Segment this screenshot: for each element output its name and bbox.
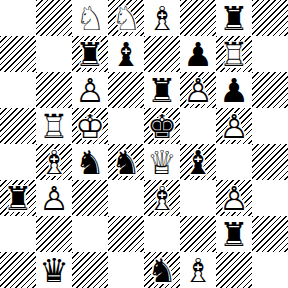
square-e3[interactable]: ♝♗ xyxy=(144,180,180,216)
piece-black-rook[interactable]: ♜ xyxy=(216,0,252,36)
square-d5[interactable] xyxy=(108,108,144,144)
piece-outline-glyph: ♔ xyxy=(72,108,108,144)
square-h2[interactable] xyxy=(252,216,288,252)
piece-black-knight[interactable]: ♞ xyxy=(72,144,108,180)
piece-outline-glyph: ♙ xyxy=(180,72,216,108)
square-a7[interactable] xyxy=(0,36,36,72)
square-f2[interactable] xyxy=(180,216,216,252)
square-d8[interactable]: ♞♘ xyxy=(108,0,144,36)
square-b5[interactable]: ♜♖ xyxy=(36,108,72,144)
square-f5[interactable] xyxy=(180,108,216,144)
piece-white-pawn[interactable]: ♟♙ xyxy=(36,180,72,216)
piece-black-rook[interactable]: ♜ xyxy=(72,36,108,72)
piece-white-bishop[interactable]: ♝♗ xyxy=(144,180,180,216)
square-e8[interactable]: ♝♗ xyxy=(144,0,180,36)
piece-outline-glyph: ♘ xyxy=(108,0,144,36)
square-a4[interactable] xyxy=(0,144,36,180)
square-c8[interactable]: ♞♘ xyxy=(72,0,108,36)
piece-glyph: ♚ xyxy=(144,108,180,144)
piece-glyph: ♞ xyxy=(108,144,144,180)
piece-glyph: ♞ xyxy=(72,144,108,180)
square-e1[interactable]: ♞ xyxy=(144,252,180,288)
square-f8[interactable] xyxy=(180,0,216,36)
piece-outline-glyph: ♙ xyxy=(36,180,72,216)
square-e4[interactable]: ♛♕ xyxy=(144,144,180,180)
piece-black-rook[interactable]: ♜ xyxy=(0,180,36,216)
square-b8[interactable] xyxy=(36,0,72,36)
square-e6[interactable]: ♜ xyxy=(144,72,180,108)
square-b3[interactable]: ♟♙ xyxy=(36,180,72,216)
piece-black-rook[interactable]: ♜ xyxy=(216,216,252,252)
piece-outline-glyph: ♙ xyxy=(216,180,252,216)
piece-glyph: ♝ xyxy=(180,144,216,180)
square-b1[interactable]: ♛ xyxy=(36,252,72,288)
piece-white-pawn[interactable]: ♟♙ xyxy=(216,108,252,144)
square-h3[interactable] xyxy=(252,180,288,216)
piece-white-pawn[interactable]: ♟♙ xyxy=(180,72,216,108)
piece-white-rook[interactable]: ♜♖ xyxy=(216,36,252,72)
piece-outline-glyph: ♗ xyxy=(36,144,72,180)
square-c6[interactable]: ♟♙ xyxy=(72,72,108,108)
square-f7[interactable]: ♟ xyxy=(180,36,216,72)
square-d3[interactable] xyxy=(108,180,144,216)
piece-black-king[interactable]: ♚ xyxy=(144,108,180,144)
square-c5[interactable]: ♚♔ xyxy=(72,108,108,144)
chess-board: ♞♘♞♘♝♗♜♜♝♟♜♖♟♙♜♟♙♟♜♖♚♔♚♟♙♝♗♞♞♛♕♝♜♟♙♝♗♟♙♜… xyxy=(0,0,288,288)
square-g2[interactable]: ♜ xyxy=(216,216,252,252)
square-c7[interactable]: ♜ xyxy=(72,36,108,72)
piece-outline-glyph: ♗ xyxy=(144,0,180,36)
piece-outline-glyph: ♙ xyxy=(72,72,108,108)
piece-white-pawn[interactable]: ♟♙ xyxy=(72,72,108,108)
square-g7[interactable]: ♜♖ xyxy=(216,36,252,72)
square-h6[interactable] xyxy=(252,72,288,108)
square-g5[interactable]: ♟♙ xyxy=(216,108,252,144)
square-h7[interactable] xyxy=(252,36,288,72)
square-d2[interactable] xyxy=(108,216,144,252)
square-b6[interactable] xyxy=(36,72,72,108)
piece-black-knight[interactable]: ♞ xyxy=(108,144,144,180)
piece-white-rook[interactable]: ♜♖ xyxy=(36,108,72,144)
square-f3[interactable] xyxy=(180,180,216,216)
piece-black-rook[interactable]: ♜ xyxy=(144,72,180,108)
piece-white-knight[interactable]: ♞♘ xyxy=(108,0,144,36)
square-f4[interactable]: ♝ xyxy=(180,144,216,180)
piece-white-king[interactable]: ♚♔ xyxy=(72,108,108,144)
piece-glyph: ♞ xyxy=(144,252,180,288)
piece-glyph: ♟ xyxy=(180,36,216,72)
square-d6[interactable] xyxy=(108,72,144,108)
square-g4[interactable] xyxy=(216,144,252,180)
piece-outline-glyph: ♕ xyxy=(144,144,180,180)
square-h4[interactable] xyxy=(252,144,288,180)
square-f1[interactable]: ♝♗ xyxy=(180,252,216,288)
square-a1[interactable] xyxy=(0,252,36,288)
square-g6[interactable]: ♟ xyxy=(216,72,252,108)
square-h8[interactable] xyxy=(252,0,288,36)
piece-outline-glyph: ♖ xyxy=(216,36,252,72)
piece-white-bishop[interactable]: ♝♗ xyxy=(180,252,216,288)
piece-glyph: ♜ xyxy=(216,216,252,252)
square-d1[interactable] xyxy=(108,252,144,288)
piece-black-pawn[interactable]: ♟ xyxy=(216,72,252,108)
piece-outline-glyph: ♗ xyxy=(144,180,180,216)
square-b7[interactable] xyxy=(36,36,72,72)
square-a2[interactable] xyxy=(0,216,36,252)
piece-glyph: ♜ xyxy=(72,36,108,72)
square-b2[interactable] xyxy=(36,216,72,252)
square-e5[interactable]: ♚ xyxy=(144,108,180,144)
piece-outline-glyph: ♙ xyxy=(216,108,252,144)
piece-glyph: ♜ xyxy=(216,0,252,36)
square-a8[interactable] xyxy=(0,0,36,36)
piece-outline-glyph: ♖ xyxy=(36,108,72,144)
square-f6[interactable]: ♟♙ xyxy=(180,72,216,108)
piece-glyph: ♝ xyxy=(108,36,144,72)
square-a5[interactable] xyxy=(0,108,36,144)
square-g8[interactable]: ♜ xyxy=(216,0,252,36)
piece-glyph: ♜ xyxy=(144,72,180,108)
piece-white-pawn[interactable]: ♟♙ xyxy=(216,180,252,216)
piece-white-bishop[interactable]: ♝♗ xyxy=(36,144,72,180)
piece-white-queen[interactable]: ♛♕ xyxy=(144,144,180,180)
piece-glyph: ♟ xyxy=(216,72,252,108)
square-e7[interactable] xyxy=(144,36,180,72)
square-c1[interactable] xyxy=(72,252,108,288)
piece-black-bishop[interactable]: ♝ xyxy=(108,36,144,72)
square-e2[interactable] xyxy=(144,216,180,252)
square-c3[interactable] xyxy=(72,180,108,216)
square-h1[interactable] xyxy=(252,252,288,288)
square-d7[interactable]: ♝ xyxy=(108,36,144,72)
piece-outline-glyph: ♗ xyxy=(180,252,216,288)
square-b4[interactable]: ♝♗ xyxy=(36,144,72,180)
piece-black-pawn[interactable]: ♟ xyxy=(180,36,216,72)
square-c4[interactable]: ♞ xyxy=(72,144,108,180)
square-a3[interactable]: ♜ xyxy=(0,180,36,216)
square-g1[interactable] xyxy=(216,252,252,288)
piece-white-bishop[interactable]: ♝♗ xyxy=(144,0,180,36)
piece-white-knight[interactable]: ♞♘ xyxy=(72,0,108,36)
square-c2[interactable] xyxy=(72,216,108,252)
piece-black-knight[interactable]: ♞ xyxy=(144,252,180,288)
piece-glyph: ♛ xyxy=(36,252,72,288)
square-d4[interactable]: ♞ xyxy=(108,144,144,180)
square-g3[interactable]: ♟♙ xyxy=(216,180,252,216)
piece-glyph: ♜ xyxy=(0,180,36,216)
square-h5[interactable] xyxy=(252,108,288,144)
piece-black-queen[interactable]: ♛ xyxy=(36,252,72,288)
square-a6[interactable] xyxy=(0,72,36,108)
piece-outline-glyph: ♘ xyxy=(72,0,108,36)
piece-black-bishop[interactable]: ♝ xyxy=(180,144,216,180)
